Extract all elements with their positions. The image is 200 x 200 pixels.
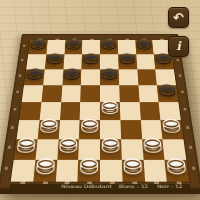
square-r4c3[interactable] xyxy=(61,85,81,102)
square-r4c4[interactable] xyxy=(80,85,100,102)
square-r4c2[interactable] xyxy=(41,85,62,102)
square-r6c6[interactable] xyxy=(120,120,142,139)
square-r3c2[interactable] xyxy=(43,69,63,85)
table-background: ⛂⛂⛂⛂⛂⛂⛂⛂⛂⛂⛂⛂⛂⛂⛂⛂⛂⛂⛂⛂⛂⛂⛂⛂ Niveau Débutant… xyxy=(0,0,200,200)
square-r4c7[interactable] xyxy=(138,85,159,102)
undo-button[interactable]: ↶ xyxy=(168,7,189,28)
white-piece[interactable]: ⛂ xyxy=(141,129,165,164)
white-piece[interactable]: ⛂ xyxy=(79,110,100,142)
square-r5c6[interactable] xyxy=(120,102,141,120)
square-r8c3[interactable] xyxy=(55,160,78,182)
square-r2c2[interactable]: ⛂ xyxy=(45,54,65,69)
white-piece[interactable]: ⛂ xyxy=(164,149,190,186)
info-button[interactable]: i xyxy=(168,36,189,57)
square-r7c3[interactable]: ⛂ xyxy=(57,139,79,159)
square-r8c8[interactable]: ⛂ xyxy=(165,160,190,182)
white-piece[interactable]: ⛂ xyxy=(57,129,80,164)
square-r1c5[interactable]: ⛂ xyxy=(100,40,118,54)
square-r3c3[interactable]: ⛂ xyxy=(62,69,82,85)
white-piece[interactable]: ⛂ xyxy=(100,129,122,164)
square-r3c7[interactable] xyxy=(137,69,157,85)
square-r2c4[interactable]: ⛂ xyxy=(82,54,100,69)
square-r2c7[interactable] xyxy=(136,54,156,69)
square-r7c1[interactable]: ⛂ xyxy=(14,139,38,159)
square-r8c6[interactable]: ⛂ xyxy=(122,160,145,182)
black-piece[interactable]: ⛂ xyxy=(156,77,179,106)
square-r7c5[interactable]: ⛂ xyxy=(100,139,122,159)
white-piece[interactable]: ⛂ xyxy=(121,149,145,186)
square-r8c7[interactable] xyxy=(143,160,167,182)
square-r8c2[interactable]: ⛂ xyxy=(33,160,57,182)
frame-ticks-bottom xyxy=(11,182,188,184)
square-r1c1[interactable]: ⛂ xyxy=(28,40,47,54)
square-r5c1[interactable] xyxy=(19,102,41,120)
white-piece[interactable]: ⛂ xyxy=(37,110,60,142)
info-icon: i xyxy=(176,39,181,53)
square-r3c4[interactable] xyxy=(81,69,100,85)
undo-icon: ↶ xyxy=(173,10,184,25)
white-piece[interactable]: ⛂ xyxy=(78,149,100,186)
black-piece[interactable]: ⛂ xyxy=(44,47,64,73)
square-r6c8[interactable]: ⛂ xyxy=(161,120,184,139)
black-piece[interactable]: ⛂ xyxy=(100,61,119,88)
checkers-board: ⛂⛂⛂⛂⛂⛂⛂⛂⛂⛂⛂⛂⛂⛂⛂⛂⛂⛂⛂⛂⛂⛂⛂⛂ Niveau Débutant… xyxy=(0,34,200,194)
square-r6c2[interactable]: ⛂ xyxy=(37,120,59,139)
white-piece[interactable]: ⛂ xyxy=(160,110,184,142)
square-r8c5[interactable] xyxy=(100,160,122,182)
black-piece[interactable]: ⛂ xyxy=(64,33,83,57)
white-piece[interactable]: ⛂ xyxy=(33,149,58,186)
black-piece[interactable]: ⛂ xyxy=(100,33,118,57)
square-r6c4[interactable]: ⛂ xyxy=(79,120,100,139)
black-piece[interactable]: ⛂ xyxy=(118,47,137,73)
square-r3c1[interactable]: ⛂ xyxy=(24,69,45,85)
black-piece[interactable]: ⛂ xyxy=(62,61,82,88)
square-r1c7[interactable]: ⛂ xyxy=(135,40,154,54)
square-r3c6[interactable] xyxy=(118,69,138,85)
square-r5c5[interactable]: ⛂ xyxy=(100,102,120,120)
white-piece[interactable]: ⛂ xyxy=(100,93,120,123)
square-r1c3[interactable]: ⛂ xyxy=(64,40,82,54)
black-piece[interactable]: ⛂ xyxy=(81,47,100,73)
square-r8c4[interactable]: ⛂ xyxy=(78,160,100,182)
square-r5c7[interactable] xyxy=(139,102,160,120)
square-r4c8[interactable]: ⛂ xyxy=(157,85,178,102)
square-r2c6[interactable]: ⛂ xyxy=(118,54,137,69)
square-r4c1[interactable] xyxy=(22,85,43,102)
square-r5c3[interactable] xyxy=(60,102,81,120)
square-r3c5[interactable]: ⛂ xyxy=(100,69,119,85)
square-r8c1[interactable] xyxy=(11,160,36,182)
square-r4c6[interactable] xyxy=(119,85,139,102)
square-r7c7[interactable]: ⛂ xyxy=(142,139,165,159)
board-squares: ⛂⛂⛂⛂⛂⛂⛂⛂⛂⛂⛂⛂⛂⛂⛂⛂⛂⛂⛂⛂⛂⛂⛂⛂ xyxy=(11,40,190,182)
black-piece[interactable]: ⛂ xyxy=(134,33,154,57)
